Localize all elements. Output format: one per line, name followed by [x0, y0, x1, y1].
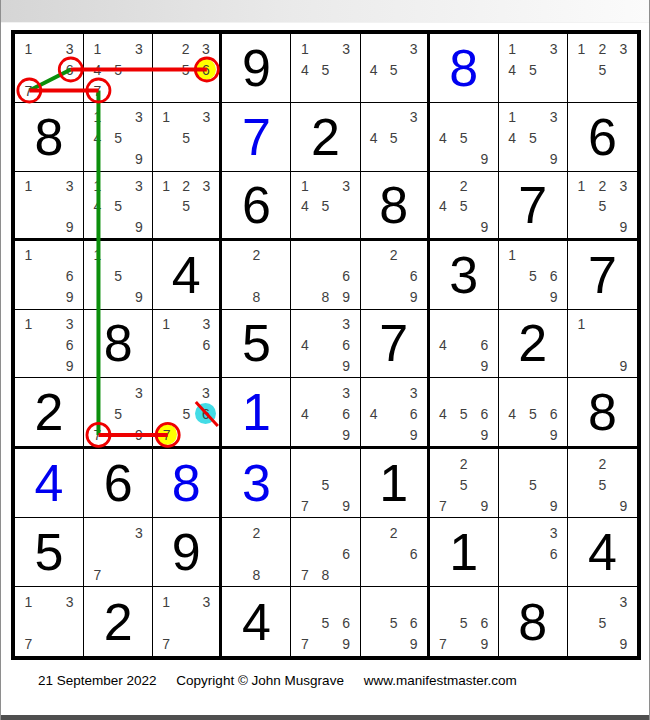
- candidate-5: 5: [453, 474, 474, 495]
- candidate-1: 1: [502, 107, 523, 128]
- candidate-8: [108, 216, 129, 236]
- candidate-8: [39, 634, 60, 655]
- candidate-3: [543, 453, 564, 474]
- pencil-marks: 3469: [291, 310, 359, 378]
- candidate-8: [176, 149, 196, 170]
- candidate-6: 6: [404, 403, 424, 424]
- candidate-7: [18, 355, 39, 376]
- candidate-7: [433, 424, 454, 445]
- candidate-3: 3: [336, 382, 357, 403]
- candidate-1: 1: [294, 38, 315, 59]
- cell-r1c6[interactable]: 345: [361, 34, 430, 103]
- candidate-3: [613, 453, 634, 474]
- candidate-4: [87, 543, 108, 564]
- cell-r3c3[interactable]: 1235: [153, 172, 222, 241]
- cell-r6c2[interactable]: 3579: [84, 378, 153, 449]
- candidate-3: 3: [195, 38, 216, 59]
- candidate-5: 5: [315, 59, 336, 80]
- cell-r2c4[interactable]: 7: [222, 103, 291, 172]
- pencil-marks: 3567: [153, 378, 219, 446]
- candidate-3: [474, 382, 495, 403]
- cell-r7c4[interactable]: 3: [222, 449, 291, 518]
- candidate-2: [592, 591, 613, 612]
- candidate-7: [364, 149, 384, 170]
- candidate-9: [59, 80, 80, 101]
- candidate-5: 5: [108, 59, 129, 80]
- candidate-7: 7: [156, 634, 176, 655]
- pencil-marks: 579: [291, 449, 359, 517]
- candidate-1: 1: [18, 176, 39, 196]
- cell-r6c9[interactable]: 8: [568, 378, 637, 449]
- candidate-4: 4: [294, 59, 315, 80]
- candidate-1: [571, 453, 592, 474]
- candidate-4: 4: [433, 335, 454, 356]
- candidate-2: [39, 314, 60, 335]
- pencil-marks: 19: [568, 310, 637, 378]
- candidate-8: 8: [246, 287, 267, 308]
- pencil-marks: 1345: [291, 34, 359, 102]
- cell-r8c9[interactable]: 4: [568, 518, 637, 587]
- pencil-marks: 139: [15, 172, 83, 238]
- candidate-7: [502, 495, 523, 516]
- cell-r8c5[interactable]: 678: [291, 518, 360, 587]
- candidate-8: [592, 495, 613, 516]
- candidate-7: [433, 149, 454, 170]
- candidate-5: 5: [522, 128, 543, 149]
- solver-digit: 3: [242, 457, 271, 509]
- candidate-9: 9: [543, 149, 564, 170]
- candidate-5: [384, 403, 404, 424]
- candidate-8: [108, 564, 129, 585]
- candidate-3: 3: [129, 38, 150, 59]
- cell-r9c2[interactable]: 2: [84, 587, 153, 656]
- pencil-marks: 469: [430, 310, 498, 378]
- pencil-marks: 169: [15, 241, 83, 309]
- pencil-marks: 13457: [84, 34, 152, 102]
- candidate-5: [246, 543, 267, 564]
- candidate-7: [156, 149, 176, 170]
- cell-r1c9[interactable]: 1235: [568, 34, 637, 103]
- candidate-2: [315, 176, 336, 196]
- candidate-3: [336, 591, 357, 612]
- cell-r4c4[interactable]: 28: [222, 241, 291, 310]
- candidate-3: 3: [404, 382, 424, 403]
- cell-r5c8[interactable]: 2: [499, 310, 568, 379]
- candidate-6: 6: [59, 59, 80, 80]
- candidate-2: [108, 382, 129, 403]
- cell-r7c7[interactable]: 2579: [430, 449, 499, 518]
- cell-r6c8[interactable]: 4569: [499, 378, 568, 449]
- candidate-3: [543, 245, 564, 266]
- pencil-marks: 12359: [568, 172, 637, 238]
- cell-r2c5[interactable]: 2: [291, 103, 360, 172]
- candidate-8: [522, 287, 543, 308]
- cell-r4c6[interactable]: 269: [361, 241, 430, 310]
- candidate-8: [453, 149, 474, 170]
- candidate-5: [39, 59, 60, 80]
- candidate-8: [315, 216, 336, 236]
- cell-r7c2[interactable]: 6: [84, 449, 153, 518]
- candidate-6: [267, 543, 288, 564]
- candidate-1: [87, 382, 108, 403]
- candidate-5: 5: [592, 196, 613, 216]
- candidate-6: [129, 128, 150, 149]
- candidate-6: [404, 128, 424, 149]
- candidate-4: 4: [364, 128, 384, 149]
- candidate-2: [522, 107, 543, 128]
- candidate-2: [384, 107, 404, 128]
- candidate-1: [502, 382, 523, 403]
- cell-r2c6[interactable]: 345: [361, 103, 430, 172]
- cell-r2c1[interactable]: 8: [15, 103, 84, 172]
- cell-r7c8[interactable]: 59: [499, 449, 568, 518]
- candidate-3: [474, 591, 495, 612]
- cell-r3c1[interactable]: 139: [15, 172, 84, 241]
- given-digit: 8: [35, 111, 64, 163]
- candidate-1: 1: [87, 38, 108, 59]
- candidate-8: [453, 634, 474, 655]
- candidate-8: [108, 287, 129, 308]
- candidate-1: [433, 453, 454, 474]
- window-bottom-bar: [1, 715, 649, 720]
- candidate-1: [156, 382, 177, 403]
- candidate-2: [453, 314, 474, 335]
- cell-r6c1[interactable]: 2: [15, 378, 84, 449]
- candidate-2: [108, 522, 129, 543]
- candidate-9: [196, 149, 216, 170]
- cell-r2c3[interactable]: 135: [153, 103, 222, 172]
- cell-r1c8[interactable]: 1345: [499, 34, 568, 103]
- candidate-4: [502, 266, 523, 287]
- candidate-6: [196, 128, 216, 149]
- candidate-1: 1: [294, 176, 315, 196]
- candidate-2: [453, 382, 474, 403]
- given-digit: 2: [104, 596, 133, 648]
- candidate-4: [364, 612, 384, 633]
- candidate-8: [177, 424, 195, 445]
- cell-r9c7[interactable]: 5679: [430, 587, 499, 656]
- pencil-marks: 1367: [15, 34, 83, 102]
- candidate-2: [522, 382, 543, 403]
- cell-r9c4[interactable]: 4: [222, 587, 291, 656]
- candidate-9: 9: [474, 355, 495, 376]
- candidate-8: [453, 216, 474, 236]
- cell-r6c3[interactable]: 3567: [153, 378, 222, 449]
- pencil-marks: 1569: [499, 241, 567, 309]
- candidate-8: [108, 149, 129, 170]
- candidate-6: 6: [474, 612, 495, 633]
- cell-r2c8[interactable]: 13459: [499, 103, 568, 172]
- candidate-9: 9: [613, 634, 634, 655]
- candidate-4: 4: [294, 196, 315, 216]
- given-digit: 7: [518, 179, 547, 231]
- candidate-4: [156, 612, 176, 633]
- candidate-9: 9: [59, 355, 80, 376]
- cell-r7c5[interactable]: 579: [291, 449, 360, 518]
- cell-r3c7[interactable]: 2459: [430, 172, 499, 241]
- candidate-6: [613, 474, 634, 495]
- cell-r9c5[interactable]: 5679: [291, 587, 360, 656]
- cell-r5c7[interactable]: 469: [430, 310, 499, 379]
- candidate-6: [474, 128, 495, 149]
- cell-r8c2[interactable]: 37: [84, 518, 153, 587]
- candidate-6: [336, 59, 357, 80]
- candidate-9: 9: [474, 149, 495, 170]
- candidate-2: [384, 591, 404, 612]
- pencil-marks: 1235: [568, 34, 637, 102]
- given-digit: 2: [518, 317, 547, 369]
- candidate-1: [225, 522, 246, 543]
- candidate-9: [267, 564, 288, 585]
- cell-r4c2[interactable]: 159: [84, 241, 153, 310]
- candidate-4: 4: [433, 128, 454, 149]
- cell-r8c1[interactable]: 5: [15, 518, 84, 587]
- cell-r5c2[interactable]: 8: [84, 310, 153, 379]
- candidate-7: [87, 216, 108, 236]
- footer-website[interactable]: www.manifestmaster.com: [364, 673, 517, 688]
- candidate-8: [39, 80, 60, 101]
- candidate-9: 9: [336, 424, 357, 445]
- cell-r9c8[interactable]: 8: [499, 587, 568, 656]
- candidate-6: [129, 543, 150, 564]
- cell-r8c6[interactable]: 26: [361, 518, 430, 587]
- cell-r7c3[interactable]: 8: [153, 449, 222, 518]
- candidate-7: [502, 80, 523, 101]
- candidate-2: [39, 591, 60, 612]
- candidate-5: 5: [108, 403, 129, 424]
- candidate-1: 1: [18, 245, 39, 266]
- cell-r5c1[interactable]: 1369: [15, 310, 84, 379]
- solver-digit: 1: [242, 386, 271, 438]
- candidate-5: 5: [453, 403, 474, 424]
- solver-digit: 7: [242, 111, 271, 163]
- pencil-marks: 135: [153, 103, 219, 171]
- cell-r1c4[interactable]: 9: [222, 34, 291, 103]
- candidate-5: 5: [315, 196, 336, 216]
- pencil-marks: 3469: [291, 378, 359, 446]
- candidate-2: 2: [384, 245, 404, 266]
- cell-r6c7[interactable]: 4569: [430, 378, 499, 449]
- candidate-4: [18, 612, 39, 633]
- candidate-1: 1: [18, 38, 39, 59]
- candidate-6: [474, 474, 495, 495]
- candidate-4: [294, 543, 315, 564]
- candidate-5: [315, 403, 336, 424]
- cell-r4c9[interactable]: 7: [568, 241, 637, 310]
- candidate-9: 9: [613, 355, 634, 376]
- candidate-8: [384, 424, 404, 445]
- candidate-4: 4: [502, 128, 523, 149]
- given-digit: 6: [104, 457, 133, 509]
- given-digit: 4: [588, 526, 617, 578]
- cell-r9c3[interactable]: 137: [153, 587, 222, 656]
- candidate-5: 5: [453, 612, 474, 633]
- candidate-8: [176, 216, 196, 236]
- candidate-1: [156, 38, 176, 59]
- candidate-7: [156, 80, 176, 101]
- candidate-4: 4: [502, 59, 523, 80]
- candidate-4: [87, 266, 108, 287]
- cell-r9c6[interactable]: 569: [361, 587, 430, 656]
- pencil-marks: 26: [361, 518, 427, 586]
- cell-r5c4[interactable]: 5: [222, 310, 291, 379]
- candidate-4: [364, 543, 384, 564]
- candidate-3: [336, 522, 357, 543]
- cell-r2c7[interactable]: 459: [430, 103, 499, 172]
- cell-r4c8[interactable]: 1569: [499, 241, 568, 310]
- candidate-8: [108, 424, 129, 445]
- candidate-9: 9: [129, 216, 150, 236]
- candidate-8: [592, 355, 613, 376]
- candidate-1: [225, 245, 246, 266]
- cell-r3c9[interactable]: 12359: [568, 172, 637, 241]
- cell-r8c8[interactable]: 36: [499, 518, 568, 587]
- candidate-3: [474, 314, 495, 335]
- candidate-2: [592, 314, 613, 335]
- cell-r3c6[interactable]: 8: [361, 172, 430, 241]
- cell-r8c7[interactable]: 1: [430, 518, 499, 587]
- candidate-7: 7: [433, 495, 454, 516]
- pencil-marks: 37: [84, 518, 152, 586]
- candidate-7: [364, 564, 384, 585]
- candidate-5: [384, 266, 404, 287]
- pencil-marks: 1345: [291, 172, 359, 238]
- pencil-marks: 3579: [84, 378, 152, 446]
- candidate-5: [108, 543, 129, 564]
- candidate-3: 3: [543, 107, 564, 128]
- candidate-4: 4: [87, 59, 108, 80]
- candidate-7: [364, 80, 384, 101]
- candidate-1: [571, 591, 592, 612]
- cell-r6c5[interactable]: 3469: [291, 378, 360, 449]
- candidate-6: [613, 196, 634, 216]
- candidate-4: [18, 196, 39, 216]
- candidate-1: [433, 591, 454, 612]
- candidate-9: 9: [129, 424, 150, 445]
- pencil-marks: 13459: [499, 103, 567, 171]
- candidate-3: [336, 245, 357, 266]
- candidate-5: 5: [522, 403, 543, 424]
- cell-r5c6[interactable]: 7: [361, 310, 430, 379]
- cell-r9c9[interactable]: 359: [568, 587, 637, 656]
- candidate-4: [18, 266, 39, 287]
- candidate-2: 2: [176, 38, 196, 59]
- candidate-6: 6: [196, 335, 216, 356]
- sudoku-board: 1367134572356913453458134512358134591357…: [11, 30, 641, 660]
- cell-r2c9[interactable]: 6: [568, 103, 637, 172]
- cell-r1c3[interactable]: 2356: [153, 34, 222, 103]
- given-digit: 8: [588, 386, 617, 438]
- cell-r7c1[interactable]: 4: [15, 449, 84, 518]
- given-digit: 9: [242, 42, 271, 94]
- candidate-9: 9: [336, 287, 357, 308]
- candidate-9: 9: [474, 216, 495, 236]
- candidate-6: 6: [336, 403, 357, 424]
- candidate-9: [267, 287, 288, 308]
- candidate-4: [294, 474, 315, 495]
- candidate-2: [315, 453, 336, 474]
- candidate-7: 7: [87, 424, 108, 445]
- cell-r2c2[interactable]: 13459: [84, 103, 153, 172]
- cell-r1c1[interactable]: 1367: [15, 34, 84, 103]
- given-digit: 6: [588, 111, 617, 163]
- candidate-1: [294, 591, 315, 612]
- candidate-2: [108, 38, 129, 59]
- cell-r4c7[interactable]: 3: [430, 241, 499, 310]
- cell-r3c8[interactable]: 7: [499, 172, 568, 241]
- cell-r6c6[interactable]: 3469: [361, 378, 430, 449]
- cell-r3c2[interactable]: 13459: [84, 172, 153, 241]
- candidate-5: [39, 612, 60, 633]
- cell-r6c4[interactable]: 1: [222, 378, 291, 449]
- candidate-5: 5: [453, 128, 474, 149]
- candidate-4: [571, 474, 592, 495]
- cell-r8c3[interactable]: 9: [153, 518, 222, 587]
- candidate-2: 2: [246, 522, 267, 543]
- cell-r3c5[interactable]: 1345: [291, 172, 360, 241]
- cell-r1c5[interactable]: 1345: [291, 34, 360, 103]
- candidate-9: 9: [613, 495, 634, 516]
- given-digit: 5: [242, 317, 271, 369]
- cell-r4c3[interactable]: 4: [153, 241, 222, 310]
- candidate-9: [543, 564, 564, 585]
- candidate-7: [225, 287, 246, 308]
- candidate-9: [613, 80, 634, 101]
- cell-r5c5[interactable]: 3469: [291, 310, 360, 379]
- candidate-2: [522, 38, 543, 59]
- candidate-9: [336, 80, 357, 101]
- cell-r9c1[interactable]: 137: [15, 587, 84, 656]
- candidate-9: [336, 564, 357, 585]
- candidate-9: 9: [404, 287, 424, 308]
- candidate-6: 6: [336, 543, 357, 564]
- candidate-9: [195, 80, 216, 101]
- cell-r7c9[interactable]: 259: [568, 449, 637, 518]
- pencil-marks: 4569: [430, 378, 498, 446]
- cell-r4c5[interactable]: 689: [291, 241, 360, 310]
- cell-r8c4[interactable]: 28: [222, 518, 291, 587]
- pencil-marks: 5679: [430, 587, 498, 656]
- cell-r1c7[interactable]: 8: [430, 34, 499, 103]
- cell-r1c2[interactable]: 13457: [84, 34, 153, 103]
- cell-r7c6[interactable]: 1: [361, 449, 430, 518]
- candidate-6: [404, 59, 424, 80]
- candidate-8: 8: [246, 564, 267, 585]
- candidate-1: [364, 245, 384, 266]
- cell-r5c9[interactable]: 19: [568, 310, 637, 379]
- candidate-3: [59, 245, 80, 266]
- pencil-marks: 359: [568, 587, 637, 656]
- candidate-3: 3: [613, 591, 634, 612]
- cell-r3c4[interactable]: 6: [222, 172, 291, 241]
- candidate-8: [315, 355, 336, 376]
- candidate-1: 1: [87, 176, 108, 196]
- candidate-7: [502, 149, 523, 170]
- cell-r4c1[interactable]: 169: [15, 241, 84, 310]
- candidate-3: [267, 522, 288, 543]
- given-digit: 4: [172, 249, 201, 301]
- candidate-9: 9: [613, 216, 634, 236]
- cell-r5c3[interactable]: 136: [153, 310, 222, 379]
- candidate-5: 5: [108, 128, 129, 149]
- candidate-4: 4: [294, 403, 315, 424]
- candidate-5: 5: [522, 266, 543, 287]
- candidate-5: [315, 543, 336, 564]
- candidate-5: [522, 543, 543, 564]
- candidate-9: [404, 149, 424, 170]
- candidate-1: [364, 38, 384, 59]
- candidate-9: [196, 216, 216, 236]
